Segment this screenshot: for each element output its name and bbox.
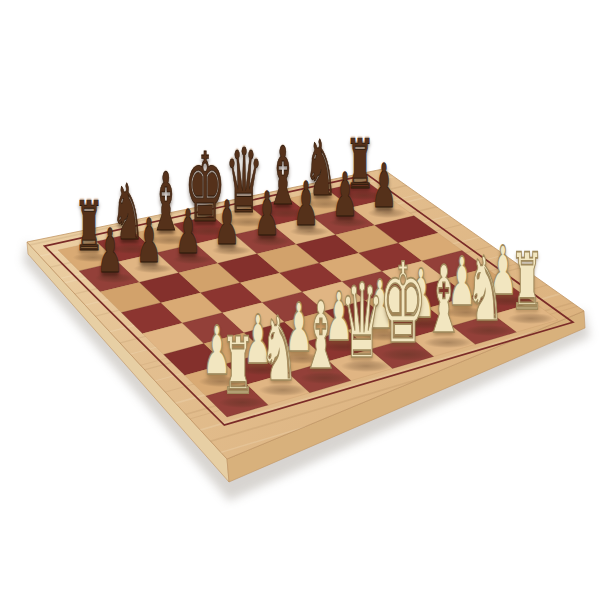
piece-black-pawn[interactable]: ♟: [293, 174, 319, 235]
piece-white-bishop[interactable]: ♝: [301, 290, 341, 383]
piece-white-rook[interactable]: ♜: [510, 244, 544, 323]
piece-white-queen[interactable]: ♛: [340, 269, 384, 372]
piece-white-rook[interactable]: ♜: [221, 327, 255, 406]
piece-black-pawn[interactable]: ♟: [136, 211, 162, 272]
piece-black-pawn[interactable]: ♟: [371, 155, 397, 216]
piece-white-knight[interactable]: ♞: [466, 246, 504, 335]
chess-set-photo: ♜♞♝♚♛♝♞♜♟♟♟♟♟♟♟♟♟♟♟♟♟♟♟♟♜♞♝♛♚♝♞♜: [0, 0, 600, 600]
piece-white-king[interactable]: ♚: [379, 249, 427, 360]
piece-white-bishop[interactable]: ♝: [424, 254, 464, 347]
piece-black-pawn[interactable]: ♟: [175, 202, 201, 263]
piece-white-knight[interactable]: ♞: [260, 306, 298, 395]
piece-black-pawn[interactable]: ♟: [332, 165, 358, 226]
piece-black-pawn[interactable]: ♟: [214, 193, 240, 254]
piece-black-pawn[interactable]: ♟: [254, 183, 280, 244]
piece-black-pawn[interactable]: ♟: [97, 221, 123, 282]
